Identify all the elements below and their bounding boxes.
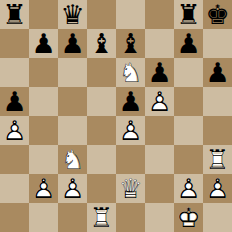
square-b6[interactable] <box>29 58 58 87</box>
black-pawn-on-a5: ♟ <box>0 87 29 116</box>
black-pawn-on-e5: ♟ <box>116 87 145 116</box>
square-b1[interactable] <box>29 203 58 232</box>
square-b4[interactable] <box>29 116 58 145</box>
square-g4[interactable] <box>174 116 203 145</box>
square-d6[interactable] <box>87 58 116 87</box>
square-a8[interactable]: ♜ <box>0 0 29 29</box>
square-g6[interactable] <box>174 58 203 87</box>
black-king-on-h8: ♚ <box>203 0 232 29</box>
white-pawn-on-f5: ♟♙ <box>145 87 174 116</box>
square-e3[interactable] <box>116 145 145 174</box>
square-g1[interactable]: ♚♔ <box>174 203 203 232</box>
white-pawn-on-c2: ♟♙ <box>58 174 87 203</box>
square-c1[interactable] <box>58 203 87 232</box>
black-pawn-on-h6: ♟ <box>203 58 232 87</box>
square-f7[interactable] <box>145 29 174 58</box>
square-b8[interactable] <box>29 0 58 29</box>
square-a2[interactable] <box>0 174 29 203</box>
square-a1[interactable] <box>0 203 29 232</box>
white-rook-on-d1: ♜♖ <box>87 203 116 232</box>
white-knight-on-c3: ♞♘ <box>58 145 87 174</box>
white-knight-on-e6: ♞♘ <box>116 58 145 87</box>
square-d8[interactable] <box>87 0 116 29</box>
black-rook-on-g8: ♜ <box>174 0 203 29</box>
square-e7[interactable]: ♝ <box>116 29 145 58</box>
square-g3[interactable] <box>174 145 203 174</box>
black-bishop-on-e7: ♝ <box>116 29 145 58</box>
square-a7[interactable] <box>0 29 29 58</box>
square-a6[interactable] <box>0 58 29 87</box>
square-e6[interactable]: ♞♘ <box>116 58 145 87</box>
white-queen-on-e2: ♛♕ <box>116 174 145 203</box>
square-f3[interactable] <box>145 145 174 174</box>
square-e1[interactable] <box>116 203 145 232</box>
square-h4[interactable] <box>203 116 232 145</box>
square-c6[interactable] <box>58 58 87 87</box>
square-f2[interactable] <box>145 174 174 203</box>
square-b2[interactable]: ♟♙ <box>29 174 58 203</box>
square-e4[interactable]: ♟♙ <box>116 116 145 145</box>
square-h1[interactable] <box>203 203 232 232</box>
square-d7[interactable]: ♝ <box>87 29 116 58</box>
black-pawn-on-b7: ♟ <box>29 29 58 58</box>
black-queen-on-c8: ♛ <box>58 0 87 29</box>
square-c3[interactable]: ♞♘ <box>58 145 87 174</box>
square-e2[interactable]: ♛♕ <box>116 174 145 203</box>
square-h2[interactable]: ♟♙ <box>203 174 232 203</box>
square-b3[interactable] <box>29 145 58 174</box>
white-pawn-on-e4: ♟♙ <box>116 116 145 145</box>
chess-board: ♜♛♜♚♟♟♝♝♟♞♘♟♟♟♟♟♙♟♙♟♙♞♘♜♖♟♙♟♙♛♕♟♙♟♙♜♖♚♔ <box>0 0 232 232</box>
square-h3[interactable]: ♜♖ <box>203 145 232 174</box>
square-f5[interactable]: ♟♙ <box>145 87 174 116</box>
square-b7[interactable]: ♟ <box>29 29 58 58</box>
black-bishop-on-d7: ♝ <box>87 29 116 58</box>
square-f4[interactable] <box>145 116 174 145</box>
square-h6[interactable]: ♟ <box>203 58 232 87</box>
square-d4[interactable] <box>87 116 116 145</box>
black-pawn-on-f6: ♟ <box>145 58 174 87</box>
square-c2[interactable]: ♟♙ <box>58 174 87 203</box>
square-f1[interactable] <box>145 203 174 232</box>
chess-board-container: ♜♛♜♚♟♟♝♝♟♞♘♟♟♟♟♟♙♟♙♟♙♞♘♜♖♟♙♟♙♛♕♟♙♟♙♜♖♚♔ <box>0 0 232 232</box>
square-a4[interactable]: ♟♙ <box>0 116 29 145</box>
square-b5[interactable] <box>29 87 58 116</box>
square-h5[interactable] <box>203 87 232 116</box>
square-g8[interactable]: ♜ <box>174 0 203 29</box>
square-a5[interactable]: ♟ <box>0 87 29 116</box>
square-h7[interactable] <box>203 29 232 58</box>
black-pawn-on-c7: ♟ <box>58 29 87 58</box>
white-pawn-on-g2: ♟♙ <box>174 174 203 203</box>
square-c5[interactable] <box>58 87 87 116</box>
square-c7[interactable]: ♟ <box>58 29 87 58</box>
white-rook-on-h3: ♜♖ <box>203 145 232 174</box>
white-pawn-on-b2: ♟♙ <box>29 174 58 203</box>
square-g2[interactable]: ♟♙ <box>174 174 203 203</box>
square-d2[interactable] <box>87 174 116 203</box>
square-f8[interactable] <box>145 0 174 29</box>
black-pawn-on-g7: ♟ <box>174 29 203 58</box>
square-e5[interactable]: ♟ <box>116 87 145 116</box>
square-d1[interactable]: ♜♖ <box>87 203 116 232</box>
square-a3[interactable] <box>0 145 29 174</box>
white-pawn-on-a4: ♟♙ <box>0 116 29 145</box>
square-f6[interactable]: ♟ <box>145 58 174 87</box>
square-c8[interactable]: ♛ <box>58 0 87 29</box>
square-e8[interactable] <box>116 0 145 29</box>
square-c4[interactable] <box>58 116 87 145</box>
square-g7[interactable]: ♟ <box>174 29 203 58</box>
white-pawn-on-h2: ♟♙ <box>203 174 232 203</box>
black-rook-on-a8: ♜ <box>0 0 29 29</box>
square-d5[interactable] <box>87 87 116 116</box>
white-king-on-g1: ♚♔ <box>174 203 203 232</box>
square-g5[interactable] <box>174 87 203 116</box>
square-h8[interactable]: ♚ <box>203 0 232 29</box>
square-d3[interactable] <box>87 145 116 174</box>
